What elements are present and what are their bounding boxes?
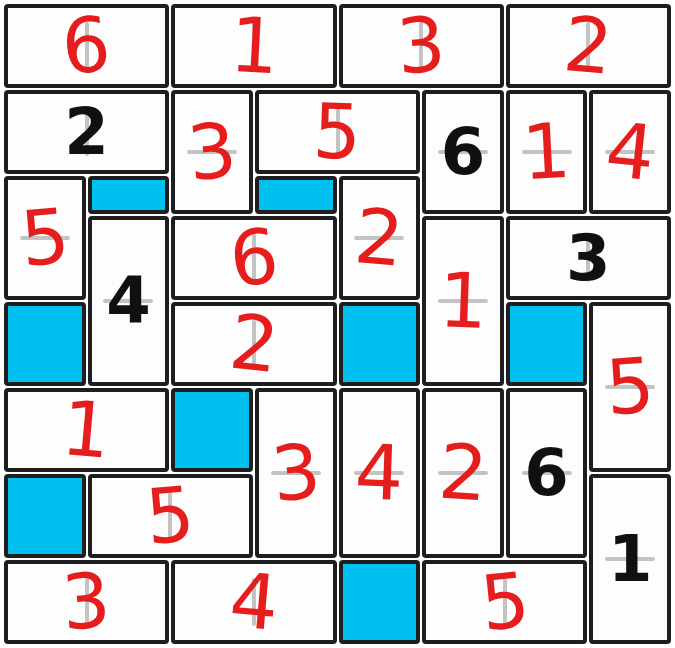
handwritten-digit: 1 bbox=[59, 390, 114, 470]
handwritten-digit: 4 bbox=[354, 434, 405, 512]
handwritten-digit: 5 bbox=[603, 347, 657, 426]
domino-cell[interactable]: 1 bbox=[589, 474, 671, 644]
handwritten-digit: 4 bbox=[226, 562, 281, 642]
domino-cell[interactable]: 3 bbox=[255, 388, 337, 558]
handwritten-digit: 2 bbox=[226, 304, 282, 385]
puzzle-board: 6132235614524613251342651345 bbox=[0, 0, 675, 648]
handwritten-digit: 2 bbox=[561, 6, 616, 86]
given-digit: 3 bbox=[566, 226, 611, 290]
domino-cell[interactable]: 6 bbox=[4, 4, 169, 88]
domino-cell[interactable]: 5 bbox=[4, 176, 86, 300]
handwritten-digit: 5 bbox=[312, 93, 363, 171]
handwritten-digit: 5 bbox=[143, 476, 198, 556]
domino-cell[interactable]: 3 bbox=[4, 560, 169, 644]
handwritten-digit: 3 bbox=[60, 562, 114, 641]
domino-cell[interactable]: 2 bbox=[506, 4, 671, 88]
handwritten-digit: 2 bbox=[436, 433, 490, 512]
handwritten-digit: 1 bbox=[437, 262, 488, 340]
domino-cell[interactable]: 6 bbox=[506, 388, 588, 558]
domino-cell[interactable]: 3 bbox=[506, 216, 671, 300]
domino-cell[interactable]: 3 bbox=[171, 90, 253, 214]
blocked-cell bbox=[255, 176, 337, 214]
given-digit: 4 bbox=[106, 269, 151, 333]
domino-cell[interactable]: 6 bbox=[422, 90, 504, 214]
given-digit: 2 bbox=[64, 100, 109, 164]
blocked-cell bbox=[506, 302, 588, 386]
handwritten-digit: 3 bbox=[268, 433, 324, 514]
domino-cell[interactable]: 1 bbox=[4, 388, 169, 472]
domino-cell[interactable]: 4 bbox=[339, 388, 421, 558]
domino-cell[interactable]: 1 bbox=[506, 90, 588, 214]
domino-cell[interactable]: 4 bbox=[171, 560, 336, 644]
domino-cell[interactable]: 3 bbox=[339, 4, 504, 88]
blocked-cell bbox=[4, 302, 86, 386]
handwritten-digit: 4 bbox=[602, 112, 658, 193]
domino-cell[interactable]: 2 bbox=[422, 388, 504, 558]
given-digit: 6 bbox=[524, 441, 569, 505]
blocked-cell bbox=[88, 176, 170, 214]
domino-cell[interactable]: 5 bbox=[422, 560, 587, 644]
domino-cell[interactable]: 1 bbox=[422, 216, 504, 386]
domino-cell[interactable]: 4 bbox=[589, 90, 671, 214]
blocked-cell bbox=[171, 388, 253, 472]
handwritten-digit: 2 bbox=[352, 198, 407, 278]
given-digit: 1 bbox=[608, 527, 653, 591]
given-digit: 6 bbox=[441, 120, 486, 184]
domino-cell[interactable]: 5 bbox=[589, 302, 671, 472]
domino-cell[interactable]: 2 bbox=[171, 302, 336, 386]
blocked-cell bbox=[4, 474, 86, 558]
handwritten-digit: 1 bbox=[520, 113, 572, 191]
blocked-cell bbox=[339, 560, 421, 644]
domino-cell[interactable]: 6 bbox=[171, 216, 336, 300]
handwritten-digit: 6 bbox=[59, 6, 114, 86]
domino-cell[interactable]: 4 bbox=[88, 216, 170, 386]
domino-cell[interactable]: 2 bbox=[339, 176, 421, 300]
handwritten-digit: 6 bbox=[226, 218, 282, 299]
blocked-cell bbox=[339, 302, 421, 386]
handwritten-digit: 5 bbox=[17, 198, 72, 278]
domino-cell[interactable]: 2 bbox=[4, 90, 169, 174]
handwritten-digit: 3 bbox=[184, 112, 240, 193]
domino-cell[interactable]: 5 bbox=[255, 90, 420, 174]
handwritten-digit: 1 bbox=[228, 7, 280, 85]
handwritten-digit: 3 bbox=[394, 6, 448, 85]
handwritten-digit: 5 bbox=[477, 562, 533, 643]
domino-cell[interactable]: 1 bbox=[171, 4, 336, 88]
domino-cell[interactable]: 5 bbox=[88, 474, 253, 558]
